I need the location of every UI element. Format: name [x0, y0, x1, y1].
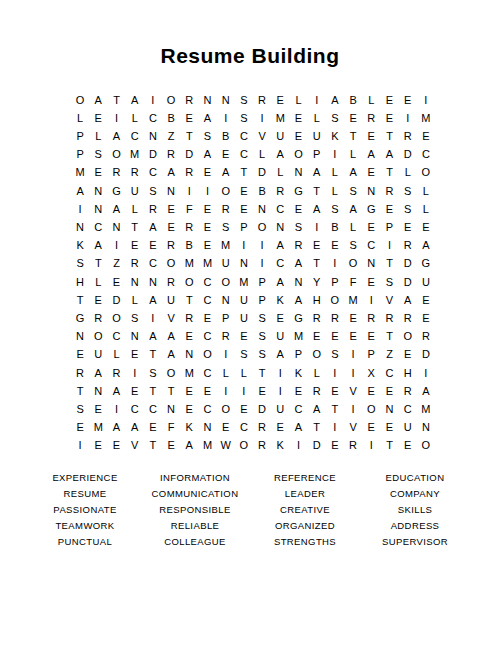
- grid-cell-r1c6[interactable]: O: [162, 91, 180, 109]
- grid-cell-r15c12[interactable]: A: [271, 346, 289, 364]
- grid-cell-r18c11[interactable]: D: [253, 400, 271, 418]
- grid-cell-r19c14[interactable]: T: [308, 419, 326, 437]
- grid-cell-r13c15[interactable]: R: [326, 309, 344, 327]
- grid-cell-r4c5[interactable]: D: [144, 146, 162, 164]
- grid-cell-r11c18[interactable]: S: [380, 273, 398, 291]
- grid-cell-r18c17[interactable]: O: [362, 400, 380, 418]
- grid-cell-r5c12[interactable]: L: [271, 164, 289, 182]
- grid-cell-r9c16[interactable]: S: [344, 237, 362, 255]
- grid-cell-r20c16[interactable]: R: [344, 437, 362, 455]
- grid-cell-r7c18[interactable]: E: [380, 200, 398, 218]
- grid-cell-r13c4[interactable]: S: [126, 309, 144, 327]
- grid-cell-r12c19[interactable]: A: [399, 291, 417, 309]
- grid-cell-r6c6[interactable]: N: [162, 182, 180, 200]
- grid-cell-r3c1[interactable]: P: [71, 127, 89, 145]
- grid-cell-r2c18[interactable]: E: [380, 109, 398, 127]
- grid-cell-r9c4[interactable]: E: [126, 237, 144, 255]
- grid-cell-r10c7[interactable]: M: [180, 255, 198, 273]
- grid-cell-r10c5[interactable]: C: [144, 255, 162, 273]
- grid-cell-r6c11[interactable]: B: [253, 182, 271, 200]
- grid-cell-r16c14[interactable]: L: [308, 364, 326, 382]
- grid-cell-r17c20[interactable]: A: [417, 382, 435, 400]
- grid-cell-r18c4[interactable]: C: [126, 400, 144, 418]
- grid-cell-r16c9[interactable]: L: [217, 364, 235, 382]
- grid-cell-r18c10[interactable]: E: [235, 400, 253, 418]
- grid-cell-r6c9[interactable]: O: [217, 182, 235, 200]
- grid-cell-r19c4[interactable]: A: [126, 419, 144, 437]
- grid-cell-r3c11[interactable]: V: [253, 127, 271, 145]
- grid-cell-r18c15[interactable]: T: [326, 400, 344, 418]
- grid-cell-r14c15[interactable]: E: [326, 328, 344, 346]
- grid-cell-r19c20[interactable]: N: [417, 419, 435, 437]
- grid-cell-r18c19[interactable]: C: [399, 400, 417, 418]
- grid-cell-r10c17[interactable]: N: [362, 255, 380, 273]
- grid-cell-r15c3[interactable]: L: [107, 346, 125, 364]
- grid-cell-r4c3[interactable]: O: [107, 146, 125, 164]
- grid-cell-r13c11[interactable]: S: [253, 309, 271, 327]
- grid-cell-r3c5[interactable]: N: [144, 127, 162, 145]
- grid-cell-r6c18[interactable]: R: [380, 182, 398, 200]
- grid-cell-r5c14[interactable]: A: [308, 164, 326, 182]
- grid-cell-r4c19[interactable]: D: [399, 146, 417, 164]
- grid-cell-r9c9[interactable]: M: [217, 237, 235, 255]
- grid-cell-r9c6[interactable]: R: [162, 237, 180, 255]
- grid-cell-r16c8[interactable]: C: [198, 364, 216, 382]
- grid-cell-r16c13[interactable]: K: [289, 364, 307, 382]
- grid-cell-r9c7[interactable]: B: [180, 237, 198, 255]
- grid-cell-r17c15[interactable]: E: [326, 382, 344, 400]
- grid-cell-r19c10[interactable]: C: [235, 419, 253, 437]
- grid-cell-r16c11[interactable]: T: [253, 364, 271, 382]
- grid-cell-r8c18[interactable]: P: [380, 218, 398, 236]
- grid-cell-r8c5[interactable]: A: [144, 218, 162, 236]
- grid-cell-r4c1[interactable]: P: [71, 146, 89, 164]
- grid-cell-r3c15[interactable]: K: [326, 127, 344, 145]
- grid-cell-r10c4[interactable]: R: [126, 255, 144, 273]
- grid-cell-r19c1[interactable]: E: [71, 419, 89, 437]
- grid-cell-r20c6[interactable]: E: [162, 437, 180, 455]
- grid-cell-r9c13[interactable]: R: [289, 237, 307, 255]
- grid-cell-r3c6[interactable]: Z: [162, 127, 180, 145]
- grid-cell-r5c9[interactable]: A: [217, 164, 235, 182]
- grid-cell-r20c19[interactable]: E: [399, 437, 417, 455]
- grid-cell-r4c12[interactable]: A: [271, 146, 289, 164]
- grid-cell-r15c5[interactable]: T: [144, 346, 162, 364]
- grid-cell-r15c6[interactable]: A: [162, 346, 180, 364]
- grid-cell-r2c9[interactable]: I: [217, 109, 235, 127]
- grid-cell-r12c7[interactable]: T: [180, 291, 198, 309]
- grid-cell-r2c4[interactable]: L: [126, 109, 144, 127]
- grid-cell-r15c4[interactable]: E: [126, 346, 144, 364]
- grid-cell-r11c6[interactable]: R: [162, 273, 180, 291]
- grid-cell-r4c10[interactable]: C: [235, 146, 253, 164]
- grid-cell-r12c4[interactable]: L: [126, 291, 144, 309]
- grid-cell-r10c20[interactable]: G: [417, 255, 435, 273]
- grid-cell-r2c7[interactable]: E: [180, 109, 198, 127]
- grid-cell-r16c4[interactable]: I: [126, 364, 144, 382]
- grid-cell-r2c13[interactable]: E: [289, 109, 307, 127]
- grid-cell-r18c1[interactable]: S: [71, 400, 89, 418]
- grid-cell-r9c14[interactable]: E: [308, 237, 326, 255]
- grid-cell-r13c18[interactable]: R: [380, 309, 398, 327]
- grid-cell-r11c13[interactable]: N: [289, 273, 307, 291]
- grid-cell-r11c11[interactable]: P: [253, 273, 271, 291]
- grid-cell-r4c13[interactable]: O: [289, 146, 307, 164]
- grid-cell-r6c5[interactable]: S: [144, 182, 162, 200]
- grid-cell-r11c14[interactable]: Y: [308, 273, 326, 291]
- grid-cell-r17c11[interactable]: E: [253, 382, 271, 400]
- grid-cell-r10c15[interactable]: I: [326, 255, 344, 273]
- grid-cell-r6c20[interactable]: L: [417, 182, 435, 200]
- grid-cell-r10c13[interactable]: A: [289, 255, 307, 273]
- grid-cell-r1c1[interactable]: O: [71, 91, 89, 109]
- grid-cell-r15c20[interactable]: D: [417, 346, 435, 364]
- grid-cell-r6c7[interactable]: I: [180, 182, 198, 200]
- grid-cell-r5c1[interactable]: M: [71, 164, 89, 182]
- grid-cell-r18c6[interactable]: N: [162, 400, 180, 418]
- grid-cell-r10c16[interactable]: O: [344, 255, 362, 273]
- grid-cell-r9c3[interactable]: I: [107, 237, 125, 255]
- grid-cell-r2c1[interactable]: L: [71, 109, 89, 127]
- grid-cell-r5c8[interactable]: E: [198, 164, 216, 182]
- grid-cell-r2c20[interactable]: M: [417, 109, 435, 127]
- grid-cell-r13c13[interactable]: G: [289, 309, 307, 327]
- grid-cell-r8c10[interactable]: P: [235, 218, 253, 236]
- grid-cell-r8c2[interactable]: C: [89, 218, 107, 236]
- grid-cell-r1c2[interactable]: A: [89, 91, 107, 109]
- grid-cell-r10c9[interactable]: U: [217, 255, 235, 273]
- grid-cell-r7c8[interactable]: E: [198, 200, 216, 218]
- grid-cell-r6c10[interactable]: E: [235, 182, 253, 200]
- grid-cell-r14c3[interactable]: C: [107, 328, 125, 346]
- grid-cell-r19c13[interactable]: A: [289, 419, 307, 437]
- grid-cell-r7c6[interactable]: E: [162, 200, 180, 218]
- grid-cell-r11c20[interactable]: U: [417, 273, 435, 291]
- grid-cell-r3c9[interactable]: B: [217, 127, 235, 145]
- grid-cell-r14c20[interactable]: R: [417, 328, 435, 346]
- grid-cell-r17c8[interactable]: E: [198, 382, 216, 400]
- grid-cell-r14c1[interactable]: N: [71, 328, 89, 346]
- grid-cell-r12c12[interactable]: K: [271, 291, 289, 309]
- grid-cell-r2c2[interactable]: E: [89, 109, 107, 127]
- grid-cell-r5c19[interactable]: L: [399, 164, 417, 182]
- grid-cell-r16c1[interactable]: R: [71, 364, 89, 382]
- grid-cell-r9c15[interactable]: E: [326, 237, 344, 255]
- grid-cell-r3c20[interactable]: E: [417, 127, 435, 145]
- grid-cell-r16c15[interactable]: I: [326, 364, 344, 382]
- grid-cell-r12c3[interactable]: D: [107, 291, 125, 309]
- grid-cell-r18c5[interactable]: C: [144, 400, 162, 418]
- grid-cell-r7c15[interactable]: S: [326, 200, 344, 218]
- grid-cell-r8c7[interactable]: R: [180, 218, 198, 236]
- grid-cell-r17c17[interactable]: E: [362, 382, 380, 400]
- grid-cell-r2c3[interactable]: I: [107, 109, 125, 127]
- grid-cell-r8c6[interactable]: E: [162, 218, 180, 236]
- grid-cell-r8c15[interactable]: B: [326, 218, 344, 236]
- grid-cell-r6c2[interactable]: N: [89, 182, 107, 200]
- grid-cell-r2c6[interactable]: B: [162, 109, 180, 127]
- grid-cell-r4c20[interactable]: C: [417, 146, 435, 164]
- grid-cell-r1c14[interactable]: I: [308, 91, 326, 109]
- grid-cell-r11c1[interactable]: H: [71, 273, 89, 291]
- grid-cell-r7c13[interactable]: E: [289, 200, 307, 218]
- grid-cell-r14c6[interactable]: A: [162, 328, 180, 346]
- grid-cell-r13c5[interactable]: I: [144, 309, 162, 327]
- grid-cell-r3c7[interactable]: T: [180, 127, 198, 145]
- grid-cell-r12c10[interactable]: U: [235, 291, 253, 309]
- grid-cell-r11c16[interactable]: F: [344, 273, 362, 291]
- grid-cell-r14c16[interactable]: E: [344, 328, 362, 346]
- grid-cell-r10c6[interactable]: O: [162, 255, 180, 273]
- grid-cell-r17c19[interactable]: R: [399, 382, 417, 400]
- grid-cell-r11c7[interactable]: O: [180, 273, 198, 291]
- grid-cell-r1c5[interactable]: I: [144, 91, 162, 109]
- grid-cell-r9c8[interactable]: E: [198, 237, 216, 255]
- grid-cell-r6c14[interactable]: T: [308, 182, 326, 200]
- grid-cell-r17c12[interactable]: I: [271, 382, 289, 400]
- grid-cell-r15c10[interactable]: S: [235, 346, 253, 364]
- grid-cell-r19c16[interactable]: V: [344, 419, 362, 437]
- grid-cell-r15c18[interactable]: Z: [380, 346, 398, 364]
- grid-cell-r11c12[interactable]: A: [271, 273, 289, 291]
- grid-cell-r17c7[interactable]: E: [180, 382, 198, 400]
- grid-cell-r20c17[interactable]: I: [362, 437, 380, 455]
- grid-cell-r8c19[interactable]: E: [399, 218, 417, 236]
- grid-cell-r5c6[interactable]: A: [162, 164, 180, 182]
- grid-cell-r11c5[interactable]: N: [144, 273, 162, 291]
- grid-cell-r13c2[interactable]: R: [89, 309, 107, 327]
- grid-cell-r9c11[interactable]: I: [253, 237, 271, 255]
- grid-cell-r8c3[interactable]: N: [107, 218, 125, 236]
- grid-cell-r17c10[interactable]: I: [235, 382, 253, 400]
- grid-cell-r12c11[interactable]: P: [253, 291, 271, 309]
- grid-cell-r16c10[interactable]: L: [235, 364, 253, 382]
- grid-cell-r8c1[interactable]: N: [71, 218, 89, 236]
- grid-cell-r20c20[interactable]: O: [417, 437, 435, 455]
- grid-cell-r3c19[interactable]: R: [399, 127, 417, 145]
- grid-cell-r1c12[interactable]: E: [271, 91, 289, 109]
- grid-cell-r17c13[interactable]: E: [289, 382, 307, 400]
- grid-cell-r20c11[interactable]: R: [253, 437, 271, 455]
- grid-cell-r7c1[interactable]: I: [71, 200, 89, 218]
- grid-cell-r15c14[interactable]: O: [308, 346, 326, 364]
- grid-cell-r4c16[interactable]: L: [344, 146, 362, 164]
- grid-cell-r16c20[interactable]: I: [417, 364, 435, 382]
- grid-cell-r20c10[interactable]: O: [235, 437, 253, 455]
- grid-cell-r7c14[interactable]: A: [308, 200, 326, 218]
- grid-cell-r14c7[interactable]: E: [180, 328, 198, 346]
- grid-cell-r13c7[interactable]: R: [180, 309, 198, 327]
- grid-cell-r12c18[interactable]: V: [380, 291, 398, 309]
- grid-cell-r16c3[interactable]: R: [107, 364, 125, 382]
- grid-cell-r1c18[interactable]: E: [380, 91, 398, 109]
- grid-cell-r17c2[interactable]: N: [89, 382, 107, 400]
- grid-cell-r19c2[interactable]: M: [89, 419, 107, 437]
- grid-cell-r19c7[interactable]: K: [180, 419, 198, 437]
- grid-cell-r19c8[interactable]: N: [198, 419, 216, 437]
- grid-cell-r18c8[interactable]: C: [198, 400, 216, 418]
- grid-cell-r7c2[interactable]: N: [89, 200, 107, 218]
- grid-cell-r12c15[interactable]: O: [326, 291, 344, 309]
- grid-cell-r5c11[interactable]: D: [253, 164, 271, 182]
- grid-cell-r20c8[interactable]: M: [198, 437, 216, 455]
- grid-cell-r6c3[interactable]: G: [107, 182, 125, 200]
- grid-cell-r3c3[interactable]: A: [107, 127, 125, 145]
- grid-cell-r5c15[interactable]: L: [326, 164, 344, 182]
- grid-cell-r4c6[interactable]: R: [162, 146, 180, 164]
- grid-cell-r4c11[interactable]: L: [253, 146, 271, 164]
- grid-cell-r19c12[interactable]: E: [271, 419, 289, 437]
- grid-cell-r11c4[interactable]: N: [126, 273, 144, 291]
- grid-cell-r1c15[interactable]: A: [326, 91, 344, 109]
- grid-cell-r13c19[interactable]: R: [399, 309, 417, 327]
- grid-cell-r12c20[interactable]: E: [417, 291, 435, 309]
- grid-cell-r7c17[interactable]: G: [362, 200, 380, 218]
- grid-cell-r5c7[interactable]: R: [180, 164, 198, 182]
- grid-cell-r3c10[interactable]: C: [235, 127, 253, 145]
- grid-cell-r10c12[interactable]: C: [271, 255, 289, 273]
- grid-cell-r6c13[interactable]: G: [289, 182, 307, 200]
- grid-cell-r10c18[interactable]: T: [380, 255, 398, 273]
- grid-cell-r8c13[interactable]: S: [289, 218, 307, 236]
- grid-cell-r5c2[interactable]: E: [89, 164, 107, 182]
- grid-cell-r1c17[interactable]: L: [362, 91, 380, 109]
- grid-cell-r7c7[interactable]: F: [180, 200, 198, 218]
- grid-cell-r12c9[interactable]: N: [217, 291, 235, 309]
- grid-cell-r10c19[interactable]: D: [399, 255, 417, 273]
- grid-cell-r10c10[interactable]: N: [235, 255, 253, 273]
- grid-cell-r18c16[interactable]: I: [344, 400, 362, 418]
- grid-cell-r18c13[interactable]: C: [289, 400, 307, 418]
- grid-cell-r8c11[interactable]: O: [253, 218, 271, 236]
- grid-cell-r17c5[interactable]: T: [144, 382, 162, 400]
- grid-cell-r15c8[interactable]: O: [198, 346, 216, 364]
- grid-cell-r1c9[interactable]: N: [217, 91, 235, 109]
- grid-cell-r3c14[interactable]: U: [308, 127, 326, 145]
- grid-cell-r12c16[interactable]: M: [344, 291, 362, 309]
- grid-cell-r11c10[interactable]: M: [235, 273, 253, 291]
- grid-cell-r14c19[interactable]: O: [399, 328, 417, 346]
- grid-cell-r18c9[interactable]: O: [217, 400, 235, 418]
- grid-cell-r4c18[interactable]: A: [380, 146, 398, 164]
- grid-cell-r12c17[interactable]: I: [362, 291, 380, 309]
- grid-cell-r9c5[interactable]: E: [144, 237, 162, 255]
- grid-cell-r1c20[interactable]: I: [417, 91, 435, 109]
- grid-cell-r12c6[interactable]: U: [162, 291, 180, 309]
- grid-cell-r19c18[interactable]: E: [380, 419, 398, 437]
- grid-cell-r1c8[interactable]: N: [198, 91, 216, 109]
- grid-cell-r9c1[interactable]: K: [71, 237, 89, 255]
- grid-cell-r12c5[interactable]: A: [144, 291, 162, 309]
- grid-cell-r13c16[interactable]: E: [344, 309, 362, 327]
- grid-cell-r7c19[interactable]: S: [399, 200, 417, 218]
- grid-cell-r20c18[interactable]: T: [380, 437, 398, 455]
- grid-cell-r4c9[interactable]: E: [217, 146, 235, 164]
- grid-cell-r13c1[interactable]: G: [71, 309, 89, 327]
- grid-cell-r4c8[interactable]: A: [198, 146, 216, 164]
- grid-cell-r5c4[interactable]: R: [126, 164, 144, 182]
- grid-cell-r13c10[interactable]: U: [235, 309, 253, 327]
- grid-cell-r16c2[interactable]: A: [89, 364, 107, 382]
- grid-cell-r3c4[interactable]: C: [126, 127, 144, 145]
- grid-cell-r2c12[interactable]: M: [271, 109, 289, 127]
- grid-cell-r2c19[interactable]: I: [399, 109, 417, 127]
- grid-cell-r7c11[interactable]: N: [253, 200, 271, 218]
- grid-cell-r5c18[interactable]: T: [380, 164, 398, 182]
- grid-cell-r20c5[interactable]: T: [144, 437, 162, 455]
- grid-cell-r14c4[interactable]: N: [126, 328, 144, 346]
- grid-cell-r10c2[interactable]: T: [89, 255, 107, 273]
- grid-cell-r11c15[interactable]: P: [326, 273, 344, 291]
- grid-cell-r14c13[interactable]: M: [289, 328, 307, 346]
- grid-cell-r17c9[interactable]: I: [217, 382, 235, 400]
- grid-cell-r14c8[interactable]: C: [198, 328, 216, 346]
- grid-cell-r10c3[interactable]: Z: [107, 255, 125, 273]
- grid-cell-r20c2[interactable]: E: [89, 437, 107, 455]
- grid-cell-r11c2[interactable]: L: [89, 273, 107, 291]
- grid-cell-r20c13[interactable]: I: [289, 437, 307, 455]
- grid-cell-r16c5[interactable]: S: [144, 364, 162, 382]
- grid-cell-r1c4[interactable]: A: [126, 91, 144, 109]
- grid-cell-r15c1[interactable]: E: [71, 346, 89, 364]
- grid-cell-r7c12[interactable]: C: [271, 200, 289, 218]
- grid-cell-r4c2[interactable]: S: [89, 146, 107, 164]
- grid-cell-r7c9[interactable]: R: [217, 200, 235, 218]
- grid-cell-r6c16[interactable]: S: [344, 182, 362, 200]
- grid-cell-r18c2[interactable]: E: [89, 400, 107, 418]
- grid-cell-r15c15[interactable]: S: [326, 346, 344, 364]
- grid-cell-r3c13[interactable]: E: [289, 127, 307, 145]
- grid-cell-r5c20[interactable]: O: [417, 164, 435, 182]
- grid-cell-r13c9[interactable]: P: [217, 309, 235, 327]
- grid-cell-r4c17[interactable]: A: [362, 146, 380, 164]
- grid-cell-r18c14[interactable]: A: [308, 400, 326, 418]
- grid-cell-r7c10[interactable]: E: [235, 200, 253, 218]
- grid-cell-r16c7[interactable]: M: [180, 364, 198, 382]
- grid-cell-r7c16[interactable]: A: [344, 200, 362, 218]
- grid-cell-r9c18[interactable]: I: [380, 237, 398, 255]
- grid-cell-r1c10[interactable]: S: [235, 91, 253, 109]
- grid-cell-r3c8[interactable]: S: [198, 127, 216, 145]
- grid-cell-r13c20[interactable]: E: [417, 309, 435, 327]
- grid-cell-r2c5[interactable]: C: [144, 109, 162, 127]
- grid-cell-r5c10[interactable]: T: [235, 164, 253, 182]
- grid-cell-r20c1[interactable]: I: [71, 437, 89, 455]
- grid-cell-r17c18[interactable]: E: [380, 382, 398, 400]
- grid-cell-r14c11[interactable]: S: [253, 328, 271, 346]
- grid-cell-r2c16[interactable]: E: [344, 109, 362, 127]
- grid-cell-r2c15[interactable]: S: [326, 109, 344, 127]
- grid-cell-r8c14[interactable]: I: [308, 218, 326, 236]
- grid-cell-r5c16[interactable]: A: [344, 164, 362, 182]
- grid-cell-r12c14[interactable]: H: [308, 291, 326, 309]
- grid-cell-r6c8[interactable]: I: [198, 182, 216, 200]
- grid-cell-r18c20[interactable]: M: [417, 400, 435, 418]
- grid-cell-r10c11[interactable]: I: [253, 255, 271, 273]
- grid-cell-r20c7[interactable]: A: [180, 437, 198, 455]
- grid-cell-r7c5[interactable]: R: [144, 200, 162, 218]
- grid-cell-r9c10[interactable]: I: [235, 237, 253, 255]
- grid-cell-r16c19[interactable]: H: [399, 364, 417, 382]
- grid-cell-r20c14[interactable]: D: [308, 437, 326, 455]
- grid-cell-r19c5[interactable]: E: [144, 419, 162, 437]
- grid-cell-r6c4[interactable]: U: [126, 182, 144, 200]
- grid-cell-r14c5[interactable]: A: [144, 328, 162, 346]
- grid-cell-r8c16[interactable]: L: [344, 218, 362, 236]
- grid-cell-r13c17[interactable]: R: [362, 309, 380, 327]
- grid-cell-r13c14[interactable]: R: [308, 309, 326, 327]
- grid-cell-r4c15[interactable]: I: [326, 146, 344, 164]
